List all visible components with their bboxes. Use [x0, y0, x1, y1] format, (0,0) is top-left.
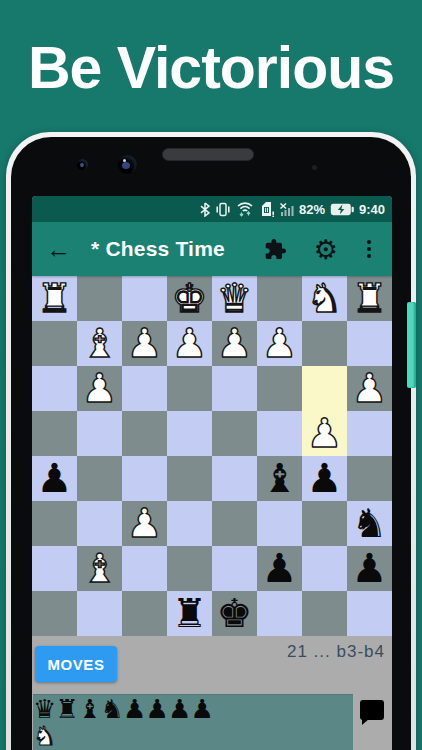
app-bar: ← * Chess Time ⚙	[32, 222, 392, 276]
captured-black-queen: ♛	[33, 696, 56, 723]
captured-white-knight: ♞	[33, 723, 56, 750]
square-a3[interactable]: ♟	[347, 366, 392, 411]
square-e1[interactable]: ♚	[167, 276, 212, 321]
square-h8[interactable]	[32, 591, 77, 636]
sim-alert-icon	[259, 201, 274, 217]
square-b6[interactable]	[302, 501, 347, 546]
square-a4[interactable]	[347, 411, 392, 456]
captured-black-knight: ♞	[101, 696, 124, 723]
back-arrow-icon[interactable]: ←	[46, 237, 71, 262]
square-c1[interactable]	[257, 276, 302, 321]
square-d5[interactable]	[212, 456, 257, 501]
square-f4[interactable]	[122, 411, 167, 456]
white-bishop: ♝	[77, 321, 122, 366]
captured-black-pawn: ♟	[168, 696, 191, 723]
square-b1[interactable]: ♞	[302, 276, 347, 321]
captured-pieces-tray: ♛♜♝♞♟♟♟♟♞	[33, 694, 353, 750]
square-c7[interactable]: ♟	[257, 546, 302, 591]
square-h2[interactable]	[32, 321, 77, 366]
white-pawn: ♟	[122, 501, 167, 546]
square-d8[interactable]: ♚	[212, 591, 257, 636]
no-signal-icon	[279, 202, 294, 217]
square-f5[interactable]	[122, 456, 167, 501]
square-c6[interactable]	[257, 501, 302, 546]
square-e3[interactable]	[167, 366, 212, 411]
square-a5[interactable]	[347, 456, 392, 501]
white-rook: ♜	[347, 276, 392, 321]
square-g5[interactable]	[77, 456, 122, 501]
battery-percent: 82%	[299, 202, 325, 217]
hero-title: Be Victorious	[0, 34, 422, 102]
phone-screen: 82% 9:40 ← * Chess Time ⚙ ♜♚♛♞♜♝♟♟♟♟♟♟♟♟…	[32, 196, 392, 750]
moves-button[interactable]: MOVES	[35, 646, 117, 682]
black-pawn: ♟	[347, 546, 392, 591]
square-e8[interactable]: ♜	[167, 591, 212, 636]
white-knight: ♞	[302, 276, 347, 321]
captured-black-pawn: ♟	[191, 696, 214, 723]
black-king: ♚	[212, 591, 257, 636]
square-d4[interactable]	[212, 411, 257, 456]
square-g7[interactable]: ♝	[77, 546, 122, 591]
square-h3[interactable]	[32, 366, 77, 411]
square-a7[interactable]: ♟	[347, 546, 392, 591]
square-d7[interactable]	[212, 546, 257, 591]
square-g4[interactable]	[77, 411, 122, 456]
captured-black-rook: ♜	[56, 696, 79, 723]
below-board-panel: MOVES 21 ... b3-b4 ♛♜♝♞♟♟♟♟♞	[32, 636, 392, 750]
square-d6[interactable]	[212, 501, 257, 546]
puzzle-icon[interactable]	[264, 238, 287, 261]
white-queen: ♛	[212, 276, 257, 321]
white-pawn: ♟	[347, 366, 392, 411]
square-e4[interactable]	[167, 411, 212, 456]
proximity-sensor-icon	[312, 165, 317, 170]
square-b8[interactable]	[302, 591, 347, 636]
square-g2[interactable]: ♝	[77, 321, 122, 366]
square-g1[interactable]	[77, 276, 122, 321]
square-e2[interactable]: ♟	[167, 321, 212, 366]
chat-bubble-icon[interactable]	[360, 700, 384, 720]
black-pawn: ♟	[257, 546, 302, 591]
square-b5[interactable]: ♟	[302, 456, 347, 501]
square-h5[interactable]: ♟	[32, 456, 77, 501]
square-h1[interactable]: ♜	[32, 276, 77, 321]
black-pawn: ♟	[302, 456, 347, 501]
square-c8[interactable]	[257, 591, 302, 636]
square-e5[interactable]	[167, 456, 212, 501]
square-f6[interactable]: ♟	[122, 501, 167, 546]
black-bishop: ♝	[257, 456, 302, 501]
captured-black-pawn: ♟	[146, 696, 169, 723]
square-f8[interactable]	[122, 591, 167, 636]
overflow-menu-icon[interactable]	[365, 238, 373, 260]
square-c3[interactable]	[257, 366, 302, 411]
square-e6[interactable]	[167, 501, 212, 546]
square-d2[interactable]: ♟	[212, 321, 257, 366]
square-c2[interactable]: ♟	[257, 321, 302, 366]
square-g6[interactable]	[77, 501, 122, 546]
black-rook: ♜	[167, 591, 212, 636]
square-f3[interactable]	[122, 366, 167, 411]
white-pawn: ♟	[212, 321, 257, 366]
white-rook: ♜	[32, 276, 77, 321]
square-c4[interactable]	[257, 411, 302, 456]
square-a6[interactable]: ♞	[347, 501, 392, 546]
captured-black-pawn: ♟	[123, 696, 146, 723]
earpiece-speaker	[162, 148, 254, 161]
black-pawn: ♟	[32, 456, 77, 501]
bluetooth-icon	[200, 202, 210, 217]
white-pawn: ♟	[302, 411, 347, 456]
square-g8[interactable]	[77, 591, 122, 636]
last-move-text: 21 ... b3-b4	[287, 642, 385, 662]
square-f2[interactable]: ♟	[122, 321, 167, 366]
white-pawn: ♟	[122, 321, 167, 366]
square-h6[interactable]	[32, 501, 77, 546]
wifi-arrows-icon	[236, 201, 254, 217]
white-bishop: ♝	[77, 546, 122, 591]
black-knight: ♞	[347, 501, 392, 546]
white-pawn: ♟	[167, 321, 212, 366]
promo-canvas: Be Victorious	[0, 0, 422, 750]
square-b4[interactable]: ♟	[302, 411, 347, 456]
vibrate-icon	[215, 202, 231, 217]
chess-board: ♜♚♛♞♜♝♟♟♟♟♟♟♟♟♝♟♟♞♝♟♟♜♚	[32, 276, 392, 636]
square-e7[interactable]	[167, 546, 212, 591]
square-f7[interactable]	[122, 546, 167, 591]
app-title: * Chess Time	[91, 237, 264, 261]
captured-black-bishop: ♝	[78, 696, 101, 723]
square-c5[interactable]: ♝	[257, 456, 302, 501]
square-b3[interactable]	[302, 366, 347, 411]
front-camera-icon	[118, 155, 137, 174]
white-pawn: ♟	[77, 366, 122, 411]
power-button	[407, 302, 416, 388]
square-a2[interactable]	[347, 321, 392, 366]
white-pawn: ♟	[257, 321, 302, 366]
battery-charging-icon	[330, 203, 354, 216]
square-f1[interactable]	[122, 276, 167, 321]
square-a1[interactable]: ♜	[347, 276, 392, 321]
clock-time: 9:40	[359, 202, 385, 217]
square-h7[interactable]	[32, 546, 77, 591]
square-d1[interactable]: ♛	[212, 276, 257, 321]
front-camera-icon	[77, 159, 88, 170]
status-bar: 82% 9:40	[32, 196, 392, 222]
square-a8[interactable]	[347, 591, 392, 636]
square-b7[interactable]	[302, 546, 347, 591]
square-g3[interactable]: ♟	[77, 366, 122, 411]
square-h4[interactable]	[32, 411, 77, 456]
white-king: ♚	[167, 276, 212, 321]
settings-gear-icon[interactable]: ⚙	[314, 236, 338, 263]
square-b2[interactable]	[302, 321, 347, 366]
square-d3[interactable]	[212, 366, 257, 411]
